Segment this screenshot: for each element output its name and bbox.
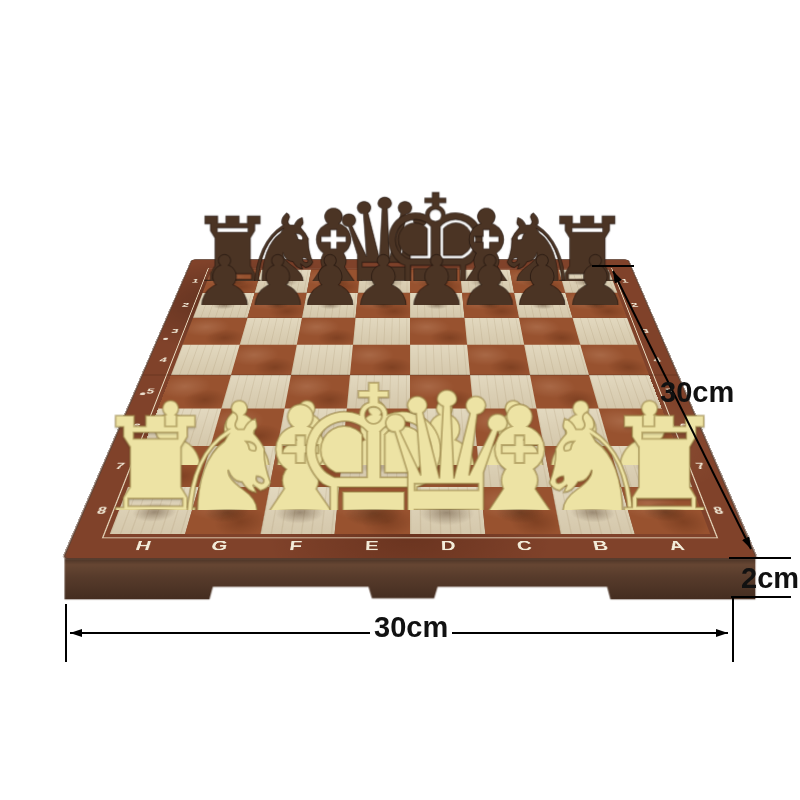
file-label: F — [255, 534, 335, 558]
file-label: G — [178, 534, 260, 558]
file-label: H — [100, 534, 184, 558]
file-label: B — [560, 534, 642, 558]
square — [353, 318, 410, 345]
board-grid: ♜♞♝♛♚♝♞♜♟♟♟♟♟♟♟♟♟♟♟♟♟♟♟♟♜♞♝♚♛♝♞♜ — [110, 270, 710, 534]
dimension-label-width: 30cm — [374, 611, 448, 644]
square — [464, 318, 523, 345]
board-3d: ♜♞♝♛♚♝♞♜♟♟♟♟♟♟♟♟♟♟♟♟♟♟♟♟♜♞♝♚♛♝♞♜ HGFEDCB… — [64, 260, 756, 558]
file-label: E — [333, 534, 410, 558]
square — [410, 318, 467, 345]
chessboard: ♜♞♝♛♚♝♞♜♟♟♟♟♟♟♟♟♟♟♟♟♟♟♟♟♜♞♝♚♛♝♞♜ HGFEDCB… — [143, 108, 677, 642]
file-labels: HGFEDCBA — [100, 534, 719, 558]
square: ♟ — [565, 293, 626, 318]
square — [239, 318, 301, 345]
file-label: A — [635, 534, 719, 558]
dimension-label-thickness: 2cm — [741, 562, 799, 595]
dimension-label-side: 30cm — [660, 376, 734, 409]
square — [518, 318, 580, 345]
board-surface: ♜♞♝♛♚♝♞♜♟♟♟♟♟♟♟♟♟♟♟♟♟♟♟♟♜♞♝♚♛♝♞♜ HGFEDCB… — [64, 260, 756, 558]
file-label: C — [485, 534, 565, 558]
board-base — [64, 558, 756, 599]
square — [183, 318, 248, 345]
chess-set-product-photo: ♜♞♝♛♚♝♞♜♟♟♟♟♟♟♟♟♟♟♟♟♟♟♟♟♜♞♝♚♛♝♞♜ HGFEDCB… — [0, 0, 800, 800]
square — [171, 345, 239, 375]
file-label: D — [410, 534, 487, 558]
square: ♜ — [622, 487, 711, 534]
square — [296, 318, 355, 345]
square — [524, 345, 590, 375]
